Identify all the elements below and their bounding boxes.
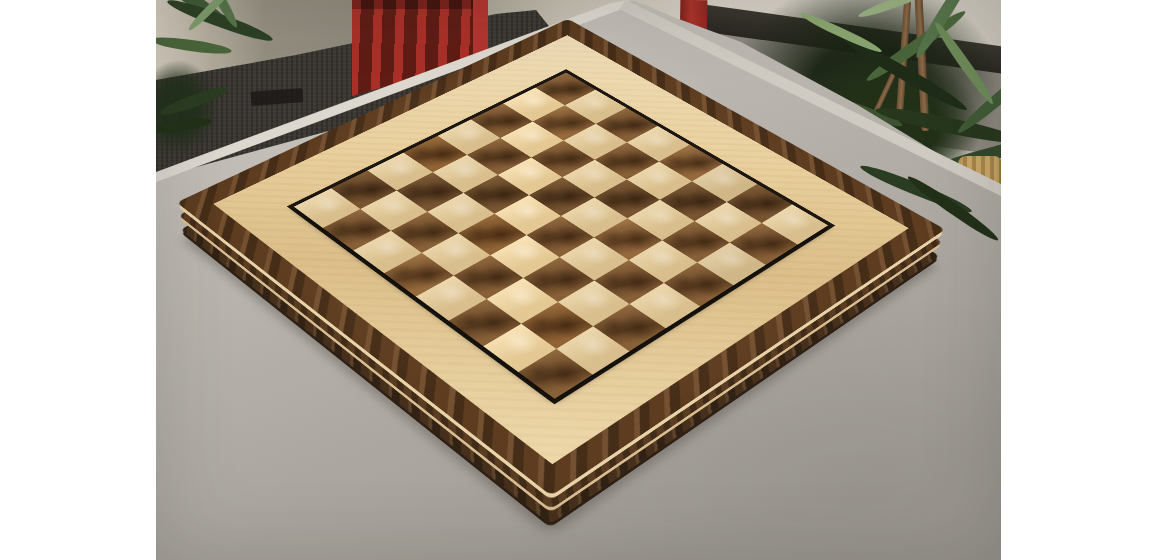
board-field (294, 73, 828, 399)
photo-of-chessboard (156, 0, 1001, 560)
screenshot-canvas (0, 0, 1158, 560)
